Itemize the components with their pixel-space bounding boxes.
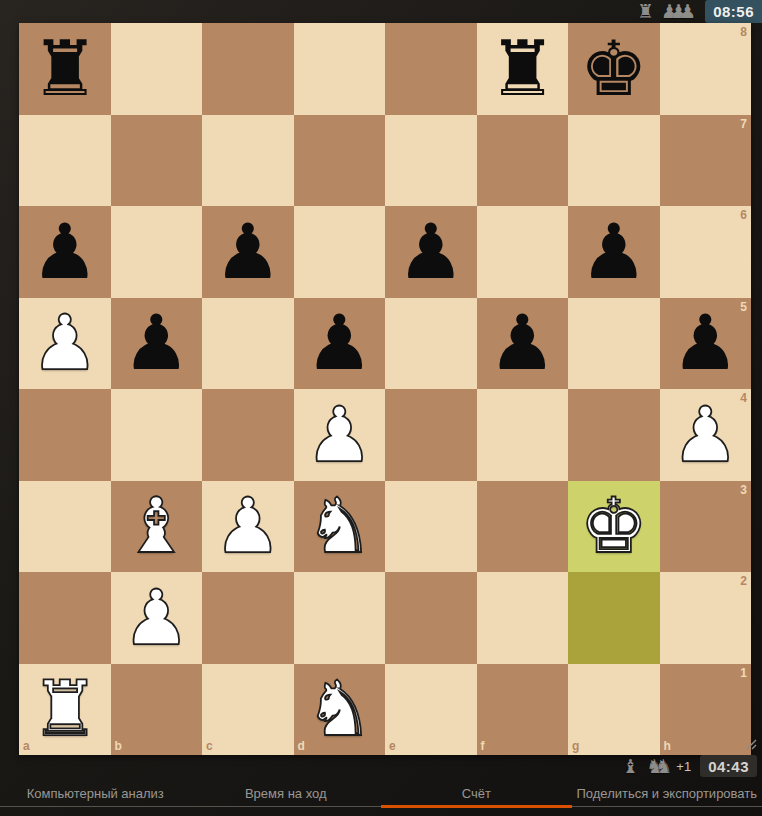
- square-d5[interactable]: ♟: [294, 298, 386, 390]
- square-a2[interactable]: [19, 572, 111, 664]
- square-f1[interactable]: f: [477, 664, 569, 756]
- rank-coordinate-label: 3: [740, 483, 747, 497]
- chess-board[interactable]: ♜♜♚87♟♟♟♟6♟♟♟♟♟5♟♟4♝♟♞♚3♟2♜abc♞defgh1: [19, 23, 751, 755]
- square-c7[interactable]: [202, 115, 294, 207]
- rank-coordinate-label: 6: [740, 208, 747, 222]
- top-clock: 08:56: [705, 0, 762, 23]
- square-h5[interactable]: ♟5: [660, 298, 752, 390]
- square-e5[interactable]: [385, 298, 477, 390]
- white-king-piece[interactable]: ♚: [580, 488, 648, 564]
- rank-coordinate-label: 2: [740, 574, 747, 588]
- square-d6[interactable]: [294, 206, 386, 298]
- top-captured-pieces: ♜♟♟♟: [637, 2, 696, 21]
- square-d4[interactable]: ♟: [294, 389, 386, 481]
- square-g7[interactable]: [568, 115, 660, 207]
- square-a1[interactable]: ♜a: [19, 664, 111, 756]
- black-pawn-piece[interactable]: ♟: [580, 214, 648, 290]
- square-b1[interactable]: b: [111, 664, 203, 756]
- square-g3[interactable]: ♚: [568, 481, 660, 573]
- square-f4[interactable]: [477, 389, 569, 481]
- white-knight-piece[interactable]: ♞: [305, 671, 373, 747]
- black-pawn-piece[interactable]: ♟: [397, 214, 465, 290]
- square-b4[interactable]: [111, 389, 203, 481]
- square-f5[interactable]: ♟: [477, 298, 569, 390]
- board-resize-handle[interactable]: [744, 737, 758, 751]
- square-g2[interactable]: [568, 572, 660, 664]
- file-coordinate-label: h: [664, 739, 671, 753]
- square-f8[interactable]: ♜: [477, 23, 569, 115]
- white-rook-piece[interactable]: ♜: [31, 671, 99, 747]
- black-pawn-piece[interactable]: ♟: [214, 214, 282, 290]
- file-coordinate-label: c: [206, 739, 213, 753]
- square-h7[interactable]: 7: [660, 115, 752, 207]
- square-e2[interactable]: [385, 572, 477, 664]
- square-g6[interactable]: ♟: [568, 206, 660, 298]
- bottom-captured-pieces: ♝♞♞+1: [622, 757, 691, 776]
- square-g1[interactable]: g: [568, 664, 660, 756]
- square-d8[interactable]: [294, 23, 386, 115]
- square-b6[interactable]: [111, 206, 203, 298]
- square-a4[interactable]: [19, 389, 111, 481]
- square-c8[interactable]: [202, 23, 294, 115]
- file-coordinate-label: b: [115, 739, 122, 753]
- square-f6[interactable]: [477, 206, 569, 298]
- square-f2[interactable]: [477, 572, 569, 664]
- file-coordinate-label: a: [23, 739, 30, 753]
- black-pawn-piece[interactable]: ♟: [671, 305, 739, 381]
- rank-coordinate-label: 4: [740, 391, 747, 405]
- tab-1[interactable]: Компьютерный анализ: [0, 780, 191, 806]
- square-h2[interactable]: 2: [660, 572, 752, 664]
- square-g5[interactable]: [568, 298, 660, 390]
- square-f3[interactable]: [477, 481, 569, 573]
- square-b8[interactable]: [111, 23, 203, 115]
- black-rook-piece[interactable]: ♜: [488, 31, 556, 107]
- square-d7[interactable]: [294, 115, 386, 207]
- square-g4[interactable]: [568, 389, 660, 481]
- black-pawn-piece[interactable]: ♟: [31, 214, 99, 290]
- square-h8[interactable]: 8: [660, 23, 752, 115]
- square-d3[interactable]: ♞: [294, 481, 386, 573]
- captured-bishop-icon: ♝: [622, 757, 639, 776]
- square-c5[interactable]: [202, 298, 294, 390]
- white-pawn-piece[interactable]: ♟: [305, 397, 373, 473]
- bottom-player-bar: ♝♞♞+1 04:43: [0, 753, 762, 779]
- tab-2[interactable]: Время на ход: [191, 780, 382, 806]
- top-player-bar: ♜♟♟♟ 08:56: [0, 0, 762, 23]
- rank-coordinate-label: 5: [740, 300, 747, 314]
- square-a3[interactable]: [19, 481, 111, 573]
- square-h3[interactable]: 3: [660, 481, 752, 573]
- black-pawn-piece[interactable]: ♟: [305, 305, 373, 381]
- black-pawn-piece[interactable]: ♟: [122, 305, 190, 381]
- square-h1[interactable]: h1: [660, 664, 752, 756]
- rank-coordinate-label: 1: [740, 666, 747, 680]
- square-b3[interactable]: ♝: [111, 481, 203, 573]
- square-a8[interactable]: ♜: [19, 23, 111, 115]
- square-e6[interactable]: ♟: [385, 206, 477, 298]
- square-e1[interactable]: e: [385, 664, 477, 756]
- white-pawn-piece[interactable]: ♟: [31, 305, 99, 381]
- tab-bar: Компьютерный анализВремя на ходСчётПодел…: [0, 780, 762, 807]
- analysis-page: ♜♟♟♟ 08:56 ♜♜♚87♟♟♟♟6♟♟♟♟♟5♟♟4♝♟♞♚3♟2♜ab…: [0, 0, 762, 816]
- square-c1[interactable]: c: [202, 664, 294, 756]
- square-e8[interactable]: [385, 23, 477, 115]
- square-h4[interactable]: ♟4: [660, 389, 752, 481]
- square-b5[interactable]: ♟: [111, 298, 203, 390]
- square-e3[interactable]: [385, 481, 477, 573]
- white-bishop-piece[interactable]: ♝: [122, 488, 190, 564]
- material-advantage: +1: [676, 759, 691, 774]
- file-coordinate-label: f: [481, 739, 485, 753]
- square-e7[interactable]: [385, 115, 477, 207]
- square-d1[interactable]: ♞d: [294, 664, 386, 756]
- square-c6[interactable]: ♟: [202, 206, 294, 298]
- captured-pawn-icon: ♟: [679, 2, 696, 21]
- square-g8[interactable]: ♚: [568, 23, 660, 115]
- white-pawn-piece[interactable]: ♟: [122, 580, 190, 656]
- tab-4[interactable]: Поделиться и экспортировать: [572, 780, 762, 806]
- square-c4[interactable]: [202, 389, 294, 481]
- black-king-piece[interactable]: ♚: [580, 31, 648, 107]
- file-coordinate-label: g: [572, 739, 579, 753]
- square-a6[interactable]: ♟: [19, 206, 111, 298]
- square-b7[interactable]: [111, 115, 203, 207]
- captured-knight-icon: ♞: [655, 757, 672, 776]
- square-c2[interactable]: [202, 572, 294, 664]
- black-pawn-piece[interactable]: ♟: [488, 305, 556, 381]
- black-rook-piece[interactable]: ♜: [31, 31, 99, 107]
- file-coordinate-label: d: [298, 739, 305, 753]
- white-knight-piece[interactable]: ♞: [305, 488, 373, 564]
- white-pawn-piece[interactable]: ♟: [214, 488, 282, 564]
- square-a7[interactable]: [19, 115, 111, 207]
- square-c3[interactable]: ♟: [202, 481, 294, 573]
- captured-rook-icon: ♜: [637, 2, 654, 21]
- white-pawn-piece[interactable]: ♟: [671, 397, 739, 473]
- bottom-clock: 04:43: [700, 755, 757, 777]
- square-e4[interactable]: [385, 389, 477, 481]
- rank-coordinate-label: 8: [740, 25, 747, 39]
- square-a5[interactable]: ♟: [19, 298, 111, 390]
- file-coordinate-label: e: [389, 739, 396, 753]
- square-h6[interactable]: 6: [660, 206, 752, 298]
- square-f7[interactable]: [477, 115, 569, 207]
- square-d2[interactable]: [294, 572, 386, 664]
- tab-3[interactable]: Счёт: [381, 780, 572, 806]
- square-b2[interactable]: ♟: [111, 572, 203, 664]
- rank-coordinate-label: 7: [740, 117, 747, 131]
